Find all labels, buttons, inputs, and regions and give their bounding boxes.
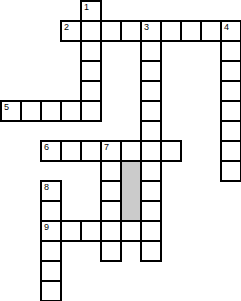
crossword-cell[interactable] bbox=[60, 220, 82, 242]
crossword-cell[interactable] bbox=[220, 40, 241, 62]
crossword-cell[interactable]: 4 bbox=[220, 20, 241, 42]
crossword-cell[interactable] bbox=[140, 40, 162, 62]
crossword-cell[interactable] bbox=[200, 20, 222, 42]
crossword-cell[interactable]: 5 bbox=[0, 100, 22, 122]
crossword-cell[interactable] bbox=[80, 20, 102, 42]
crossword-cell[interactable] bbox=[220, 160, 241, 182]
crossword-cell[interactable] bbox=[140, 160, 162, 182]
crossword-cell[interactable] bbox=[20, 100, 42, 122]
crossword-cell[interactable] bbox=[100, 200, 122, 222]
crossword-cell[interactable] bbox=[80, 80, 102, 102]
shaded-block bbox=[120, 160, 142, 222]
crossword-cell[interactable]: 6 bbox=[40, 140, 62, 162]
crossword-cell[interactable] bbox=[100, 160, 122, 182]
crossword-cell[interactable] bbox=[80, 100, 102, 122]
crossword-cell[interactable] bbox=[180, 20, 202, 42]
crossword-cell[interactable]: 1 bbox=[80, 0, 102, 22]
crossword-cell[interactable] bbox=[120, 220, 142, 242]
crossword-cell[interactable] bbox=[140, 100, 162, 122]
clue-number: 5 bbox=[4, 102, 9, 112]
crossword-cell[interactable] bbox=[140, 180, 162, 202]
clue-number: 4 bbox=[224, 22, 229, 32]
clue-number: 9 bbox=[44, 222, 49, 232]
crossword-cell[interactable] bbox=[140, 60, 162, 82]
crossword-cell[interactable] bbox=[80, 220, 102, 242]
crossword-cell[interactable] bbox=[40, 100, 62, 122]
crossword-cell[interactable]: 3 bbox=[140, 20, 162, 42]
crossword-cell[interactable]: 8 bbox=[40, 180, 62, 202]
crossword-page: 123456789 bbox=[0, 0, 241, 301]
crossword-cell[interactable] bbox=[160, 140, 182, 162]
crossword-cell[interactable] bbox=[160, 20, 182, 42]
crossword-cell[interactable] bbox=[60, 140, 82, 162]
crossword-cell[interactable] bbox=[40, 240, 62, 262]
crossword-cell[interactable] bbox=[140, 220, 162, 242]
clue-number: 6 bbox=[44, 142, 49, 152]
crossword-cell[interactable] bbox=[40, 260, 62, 282]
crossword-grid: 123456789 bbox=[0, 0, 241, 301]
crossword-cell[interactable] bbox=[100, 20, 122, 42]
crossword-cell[interactable]: 9 bbox=[40, 220, 62, 242]
clue-number: 8 bbox=[44, 182, 49, 192]
crossword-cell[interactable] bbox=[40, 200, 62, 222]
crossword-cell[interactable] bbox=[220, 60, 241, 82]
crossword-cell[interactable] bbox=[60, 100, 82, 122]
crossword-cell[interactable] bbox=[220, 80, 241, 102]
crossword-cell[interactable] bbox=[80, 40, 102, 62]
crossword-cell[interactable] bbox=[120, 20, 142, 42]
crossword-cell[interactable] bbox=[140, 120, 162, 142]
crossword-cell[interactable]: 7 bbox=[100, 140, 122, 162]
crossword-cell[interactable] bbox=[80, 60, 102, 82]
crossword-cell[interactable] bbox=[100, 220, 122, 242]
crossword-cell[interactable] bbox=[140, 240, 162, 262]
crossword-cell[interactable] bbox=[140, 80, 162, 102]
crossword-cell[interactable] bbox=[100, 240, 122, 262]
crossword-cell[interactable] bbox=[220, 140, 241, 162]
crossword-cell[interactable] bbox=[80, 140, 102, 162]
crossword-cell[interactable] bbox=[140, 200, 162, 222]
crossword-cell[interactable]: 2 bbox=[60, 20, 82, 42]
crossword-cell[interactable] bbox=[220, 120, 241, 142]
clue-number: 3 bbox=[144, 22, 149, 32]
crossword-cell[interactable] bbox=[100, 180, 122, 202]
clue-number: 2 bbox=[64, 22, 69, 32]
crossword-cell[interactable] bbox=[140, 140, 162, 162]
clue-number: 1 bbox=[84, 2, 89, 12]
crossword-cell[interactable] bbox=[40, 280, 62, 301]
crossword-cell[interactable] bbox=[220, 100, 241, 122]
crossword-cell[interactable] bbox=[120, 140, 142, 162]
clue-number: 7 bbox=[104, 142, 109, 152]
